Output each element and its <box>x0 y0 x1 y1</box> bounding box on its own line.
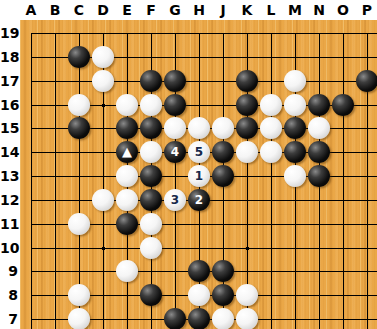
stone-F16[interactable] <box>140 94 162 116</box>
row-label-18: 18 <box>0 47 18 67</box>
stone-N14[interactable] <box>308 141 330 163</box>
move-number-3: 3 <box>171 194 179 206</box>
star-point-D10 <box>102 247 105 250</box>
stone-F17[interactable] <box>140 70 162 92</box>
row-label-19: 19 <box>0 23 18 43</box>
stone-L15[interactable] <box>260 117 282 139</box>
stone-H12[interactable]: 2 <box>188 189 210 211</box>
move-number-5: 5 <box>195 146 203 158</box>
stone-L16[interactable] <box>260 94 282 116</box>
grid-hline <box>31 248 377 249</box>
column-labels-strip: ABCDEFGHJKLMNOP <box>0 0 377 20</box>
triangle-marker-icon: ▲ <box>122 145 132 158</box>
stone-H7[interactable] <box>188 308 210 329</box>
stone-C15[interactable] <box>68 117 90 139</box>
column-label-J: J <box>211 0 235 20</box>
star-point-D16 <box>102 104 105 107</box>
stone-K7[interactable] <box>236 308 258 329</box>
stone-M15[interactable] <box>284 117 306 139</box>
column-label-O: O <box>331 0 355 20</box>
column-label-C: C <box>67 0 91 20</box>
move-number-4: 4 <box>171 146 179 158</box>
stone-E12[interactable] <box>116 189 138 211</box>
stone-H9[interactable] <box>188 260 210 282</box>
star-point-K10 <box>246 247 249 250</box>
stone-J13[interactable] <box>212 165 234 187</box>
stone-J14[interactable] <box>212 141 234 163</box>
row-label-14: 14 <box>0 142 18 162</box>
column-label-E: E <box>115 0 139 20</box>
row-label-7: 7 <box>0 309 18 329</box>
row-label-16: 16 <box>0 95 18 115</box>
stone-G14[interactable]: 4 <box>164 141 186 163</box>
stone-G17[interactable] <box>164 70 186 92</box>
stone-H13[interactable]: 1 <box>188 165 210 187</box>
stone-G7[interactable] <box>164 308 186 329</box>
stone-D12[interactable] <box>92 189 114 211</box>
stone-E11[interactable] <box>116 213 138 235</box>
stone-E16[interactable] <box>116 94 138 116</box>
stone-N16[interactable] <box>308 94 330 116</box>
stone-G12[interactable]: 3 <box>164 189 186 211</box>
column-label-N: N <box>307 0 331 20</box>
stone-F15[interactable] <box>140 117 162 139</box>
grid-vline <box>271 33 272 329</box>
row-label-12: 12 <box>0 190 18 210</box>
row-labels-strip: 19181716151413121110987 <box>0 20 20 329</box>
stone-K14[interactable] <box>236 141 258 163</box>
grid-vline <box>31 33 32 329</box>
stone-H8[interactable] <box>188 284 210 306</box>
row-label-17: 17 <box>0 71 18 91</box>
column-label-P: P <box>355 0 377 20</box>
grid-hline <box>31 33 377 34</box>
column-label-H: H <box>187 0 211 20</box>
column-label-L: L <box>259 0 283 20</box>
stone-F14[interactable] <box>140 141 162 163</box>
column-label-K: K <box>235 0 259 20</box>
stone-M13[interactable] <box>284 165 306 187</box>
stone-K15[interactable] <box>236 117 258 139</box>
stone-F8[interactable] <box>140 284 162 306</box>
stone-D18[interactable] <box>92 46 114 68</box>
stone-C16[interactable] <box>68 94 90 116</box>
column-label-D: D <box>91 0 115 20</box>
stone-O16[interactable] <box>332 94 354 116</box>
stone-F10[interactable] <box>140 237 162 259</box>
row-label-13: 13 <box>0 166 18 186</box>
stone-F12[interactable] <box>140 189 162 211</box>
move-number-1: 1 <box>195 170 203 182</box>
stone-K17[interactable] <box>236 70 258 92</box>
row-label-11: 11 <box>0 214 18 234</box>
stone-C18[interactable] <box>68 46 90 68</box>
stone-M14[interactable] <box>284 141 306 163</box>
row-label-9: 9 <box>0 261 18 281</box>
stone-C11[interactable] <box>68 213 90 235</box>
stone-C7[interactable] <box>68 308 90 329</box>
column-label-A: A <box>19 0 43 20</box>
stone-J7[interactable] <box>212 308 234 329</box>
stone-E14[interactable]: ▲ <box>116 141 138 163</box>
stone-H14[interactable]: 5 <box>188 141 210 163</box>
column-label-M: M <box>283 0 307 20</box>
stone-E9[interactable] <box>116 260 138 282</box>
stone-G16[interactable] <box>164 94 186 116</box>
stone-L14[interactable] <box>260 141 282 163</box>
stone-H15[interactable] <box>188 117 210 139</box>
stone-N13[interactable] <box>308 165 330 187</box>
row-label-8: 8 <box>0 285 18 305</box>
stone-M17[interactable] <box>284 70 306 92</box>
stone-K16[interactable] <box>236 94 258 116</box>
stone-K8[interactable] <box>236 284 258 306</box>
column-label-B: B <box>43 0 67 20</box>
grid-hline <box>31 81 377 82</box>
stone-C8[interactable] <box>68 284 90 306</box>
column-label-G: G <box>163 0 187 20</box>
go-diagram: ▲45132 ABCDEFGHJKLMNOP 19181716151413121… <box>0 0 377 329</box>
goban: ▲45132 <box>20 20 377 329</box>
stone-M16[interactable] <box>284 94 306 116</box>
row-label-10: 10 <box>0 238 18 258</box>
stone-E13[interactable] <box>116 165 138 187</box>
column-label-F: F <box>139 0 163 20</box>
stone-J15[interactable] <box>212 117 234 139</box>
stone-J8[interactable] <box>212 284 234 306</box>
stone-J9[interactable] <box>212 260 234 282</box>
row-label-15: 15 <box>0 118 18 138</box>
stone-E15[interactable] <box>116 117 138 139</box>
stone-D17[interactable] <box>92 70 114 92</box>
grid-vline <box>55 33 56 329</box>
stone-P17[interactable] <box>356 70 377 92</box>
move-number-2: 2 <box>195 194 203 206</box>
grid-vline <box>343 33 344 329</box>
stone-F11[interactable] <box>140 213 162 235</box>
stone-F13[interactable] <box>140 165 162 187</box>
stone-N15[interactable] <box>308 117 330 139</box>
stone-G15[interactable] <box>164 117 186 139</box>
